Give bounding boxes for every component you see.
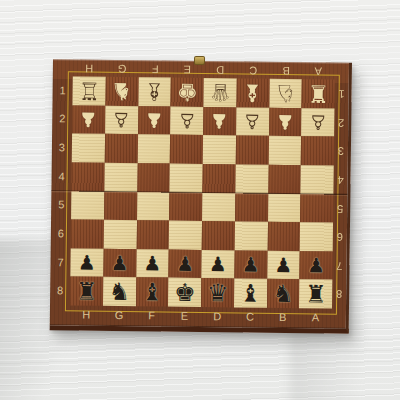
- white-pawn: ♙: [309, 112, 327, 132]
- square-h4: [71, 162, 104, 191]
- square-h5: [71, 191, 104, 220]
- square-f4: [137, 163, 170, 192]
- white-pawn: ♟: [276, 112, 294, 132]
- rank-label-left-2: 2: [52, 105, 72, 134]
- square-h1: ♖: [72, 76, 105, 105]
- black-queen: ♛: [207, 281, 229, 305]
- file-label-bottom-c: C: [234, 307, 267, 325]
- square-g7: ♟: [103, 249, 136, 278]
- file-label-top-h: H: [73, 59, 106, 76]
- file-label-bottom-f: F: [135, 306, 168, 324]
- rank-label-right-2: 2: [334, 108, 348, 137]
- rank-label-left-7: 7: [50, 248, 70, 277]
- square-f1: ♗: [138, 77, 171, 106]
- black-pawn: ♟: [274, 255, 292, 275]
- rank-label-right-5: 5: [333, 194, 347, 223]
- square-e8: ♚: [168, 278, 201, 307]
- file-label-bottom-d: D: [201, 307, 234, 325]
- rank-label-right-1: 1: [334, 80, 348, 109]
- square-d6: [202, 221, 235, 250]
- black-king: ♚: [174, 280, 196, 304]
- black-bishop: ♝: [141, 280, 163, 304]
- square-b6: [267, 222, 300, 251]
- square-g6: [103, 220, 136, 249]
- square-e7: ♟: [169, 249, 202, 278]
- square-g1: ♞: [105, 77, 138, 106]
- square-g4: [104, 163, 137, 192]
- file-label-bottom-g: G: [103, 306, 136, 324]
- square-d7: ♟: [201, 250, 234, 279]
- file-label-top-f: F: [138, 60, 171, 77]
- square-g8: ♞: [103, 277, 136, 306]
- square-h2: ♟: [72, 105, 105, 134]
- file-label-top-d: D: [204, 61, 237, 78]
- rank-label-right-3: 3: [334, 137, 348, 166]
- square-b3: [268, 136, 301, 165]
- square-d4: [202, 164, 235, 193]
- square-b8: ♞: [266, 279, 299, 308]
- square-e6: [169, 221, 202, 250]
- rank-label-left-8: 8: [50, 277, 70, 306]
- black-rook: ♜: [76, 279, 98, 303]
- black-pawn: ♟: [111, 253, 129, 273]
- square-g3: [105, 134, 138, 163]
- square-f6: [136, 220, 169, 249]
- file-labels-bottom: HGFEDCBA: [70, 305, 332, 326]
- square-h7: ♟: [70, 248, 103, 277]
- rank-label-right-4: 4: [333, 165, 347, 194]
- square-a1: ♜: [302, 79, 335, 108]
- white-bishop: ♝: [242, 81, 264, 105]
- black-bishop: ♝: [239, 281, 261, 305]
- white-pawn: ♙: [112, 110, 130, 130]
- black-knight: ♞: [108, 280, 130, 304]
- file-label-bottom-a: A: [299, 308, 332, 326]
- white-king: ♚: [176, 80, 198, 104]
- square-h8: ♜: [70, 277, 103, 306]
- square-c4: [235, 164, 268, 193]
- white-pawn: ♙: [243, 111, 261, 131]
- square-b4: [268, 165, 301, 194]
- square-e3: [170, 135, 203, 164]
- square-c3: [235, 136, 268, 165]
- square-f3: [137, 134, 170, 163]
- square-a8: ♜: [299, 280, 332, 309]
- square-e1: ♚: [171, 78, 204, 107]
- square-d8: ♛: [201, 278, 234, 307]
- file-label-top-c: C: [237, 61, 270, 78]
- file-label-bottom-b: B: [266, 308, 299, 326]
- rank-label-right-6: 6: [333, 223, 347, 252]
- square-e2: ♙: [170, 106, 203, 135]
- white-knight: ♞: [111, 79, 133, 103]
- black-pawn: ♟: [176, 254, 194, 274]
- square-e4: [170, 163, 203, 192]
- rank-label-left-5: 5: [51, 191, 71, 220]
- file-label-top-g: G: [106, 60, 139, 77]
- white-pawn: ♟: [211, 111, 229, 131]
- square-a2: ♙: [301, 108, 334, 137]
- file-label-bottom-h: H: [70, 305, 103, 323]
- square-d2: ♟: [203, 107, 236, 136]
- white-pawn: ♙: [178, 111, 196, 131]
- square-f8: ♝: [135, 278, 168, 307]
- square-f5: [137, 192, 170, 221]
- square-a5: [300, 194, 333, 223]
- square-c5: [235, 193, 268, 222]
- white-pawn: ♟: [145, 110, 163, 130]
- square-d3: [203, 135, 236, 164]
- square-b1: ♘: [269, 79, 302, 108]
- square-d5: [202, 193, 235, 222]
- square-e5: [169, 192, 202, 221]
- square-a3: [301, 136, 334, 165]
- square-h6: [71, 220, 104, 249]
- rank-label-left-6: 6: [51, 219, 71, 248]
- black-knight: ♞: [272, 282, 294, 306]
- square-a4: [301, 165, 334, 194]
- rank-label-right-8: 8: [332, 280, 346, 309]
- file-label-bottom-e: E: [168, 307, 201, 325]
- white-queen: ♕: [209, 80, 231, 104]
- square-f2: ♟: [138, 106, 171, 135]
- white-knight: ♘: [275, 81, 297, 105]
- chess-board: HGFEDCBA HGFEDCBA 12345678 12345678 ♖♞♗♚…: [50, 59, 352, 334]
- square-d1: ♕: [203, 78, 236, 107]
- square-a6: [300, 222, 333, 251]
- square-c2: ♙: [236, 107, 269, 136]
- square-c8: ♝: [234, 279, 267, 308]
- rank-label-right-7: 7: [332, 251, 346, 280]
- white-bishop: ♗: [144, 80, 166, 104]
- square-f7: ♟: [136, 249, 169, 278]
- square-c6: [234, 222, 267, 251]
- white-rook: ♜: [307, 82, 329, 106]
- file-label-top-a: A: [302, 62, 335, 79]
- square-b5: [268, 193, 301, 222]
- black-pawn: ♟: [307, 255, 325, 275]
- square-g2: ♙: [105, 105, 138, 134]
- rank-label-left-4: 4: [51, 162, 71, 191]
- square-g5: [104, 191, 137, 220]
- square-a7: ♟: [300, 251, 333, 280]
- square-c7: ♟: [234, 250, 267, 279]
- black-pawn: ♟: [242, 255, 260, 275]
- rank-label-left-3: 3: [52, 133, 72, 162]
- black-pawn: ♟: [209, 254, 227, 274]
- black-pawn: ♟: [143, 253, 161, 273]
- square-c1: ♝: [236, 78, 269, 107]
- white-pawn: ♟: [80, 109, 98, 129]
- file-label-top-e: E: [171, 61, 204, 78]
- square-b7: ♟: [267, 251, 300, 280]
- white-rook: ♖: [78, 79, 100, 103]
- file-label-top-b: B: [269, 62, 302, 79]
- square-b2: ♟: [269, 107, 302, 136]
- black-pawn: ♟: [78, 253, 96, 273]
- rank-label-left-1: 1: [52, 76, 72, 105]
- square-h3: [72, 134, 105, 163]
- black-rook: ♜: [305, 282, 327, 306]
